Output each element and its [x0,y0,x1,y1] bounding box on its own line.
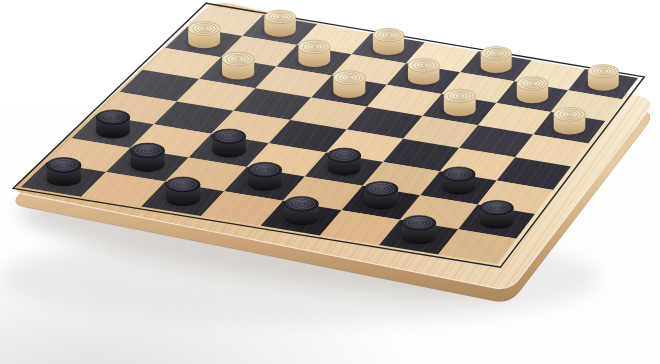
checkers-board-photo [0,0,660,364]
piece-dark-r7c8 [477,200,513,230]
piece-light-r2c7 [514,77,548,106]
piece-dark-r8c1 [44,158,81,189]
piece-light-r1c2 [262,10,296,39]
piece-dark-r7c6 [362,181,398,212]
piece-light-r1c8 [585,65,619,93]
piece-dark-r6c7 [439,167,475,197]
piece-dark-r6c5 [325,148,361,178]
piece-light-r2c1 [186,22,221,51]
piece-dark-r7c4 [245,162,282,193]
piece-dark-r8c3 [163,177,200,208]
piece-light-r1c4 [370,28,404,57]
photo-stage [0,0,660,364]
piece-light-r2c5 [405,59,439,88]
piece-light-r3c6 [441,89,476,118]
piece-light-r1c6 [478,47,512,75]
piece-light-r2c3 [296,40,331,69]
piece-light-r3c2 [219,52,254,82]
piece-light-r3c8 [551,108,585,137]
piece-dark-r8c5 [282,196,319,227]
piece-dark-r6c1 [93,110,130,141]
piece-light-r3c4 [331,71,366,100]
piece-dark-r8c7 [399,216,436,247]
piece-dark-r6c3 [210,129,246,160]
piece-dark-r7c2 [128,143,165,174]
